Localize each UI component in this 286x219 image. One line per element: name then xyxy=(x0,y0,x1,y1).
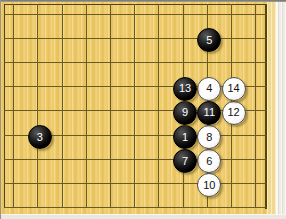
window-frame-right xyxy=(276,0,286,219)
grid-line-h-0 xyxy=(4,14,266,15)
window-frame-bottom xyxy=(0,214,286,219)
grid-line-v-5 xyxy=(134,4,135,208)
stone-white-14: 14 xyxy=(222,77,246,101)
grid-line-v-10 xyxy=(255,4,256,208)
stone-white-4: 4 xyxy=(197,77,221,101)
grid-line-v-0 xyxy=(13,4,14,208)
boundary-left xyxy=(4,4,5,208)
grid-line-h-6 xyxy=(4,159,266,160)
window-frame-left xyxy=(0,0,1,219)
grid-line-v-6 xyxy=(158,4,159,208)
stone-black-9: 9 xyxy=(173,101,197,125)
boundary-top xyxy=(4,4,267,5)
grid-line-v-3 xyxy=(86,4,87,208)
grid-line-h-8 xyxy=(4,207,266,208)
stone-black-1: 1 xyxy=(173,125,197,149)
grid-line-h-7 xyxy=(4,183,266,184)
stone-white-12: 12 xyxy=(222,101,246,125)
board-right-edge-line xyxy=(265,4,267,209)
grid-line-v-2 xyxy=(62,4,63,208)
stone-black-13: 13 xyxy=(173,77,197,101)
grid-line-v-4 xyxy=(110,4,111,208)
grid-line-h-1 xyxy=(4,38,266,39)
stone-black-3: 3 xyxy=(28,125,52,149)
stone-black-11: 11 xyxy=(197,101,221,125)
go-diagram-window: 134567891011121314 xyxy=(0,0,286,219)
grid-line-h-2 xyxy=(4,62,266,63)
grid-line-v-1 xyxy=(37,4,38,208)
window-frame-top xyxy=(0,0,286,2)
